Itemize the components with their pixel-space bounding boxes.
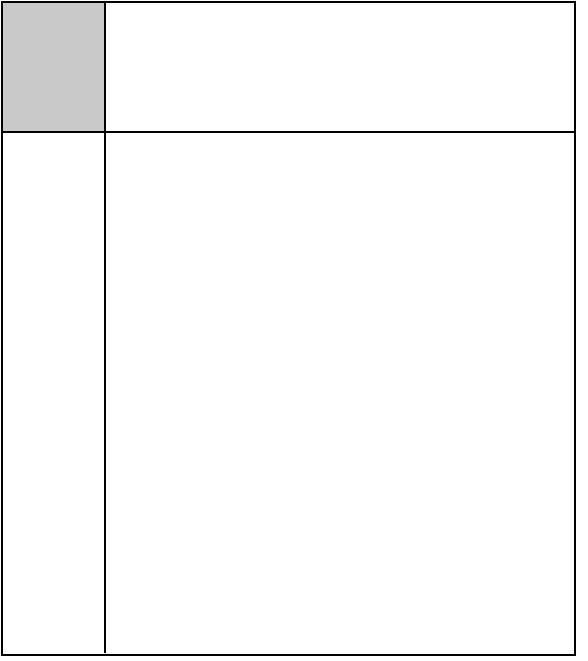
nonogram-grid [104,131,574,653]
watermark-corner-text [3,3,104,131]
row-clues-area [3,131,104,653]
site-watermark-vertical [574,483,588,661]
watermark-corner [3,3,104,131]
col-clues-area [104,3,574,133]
